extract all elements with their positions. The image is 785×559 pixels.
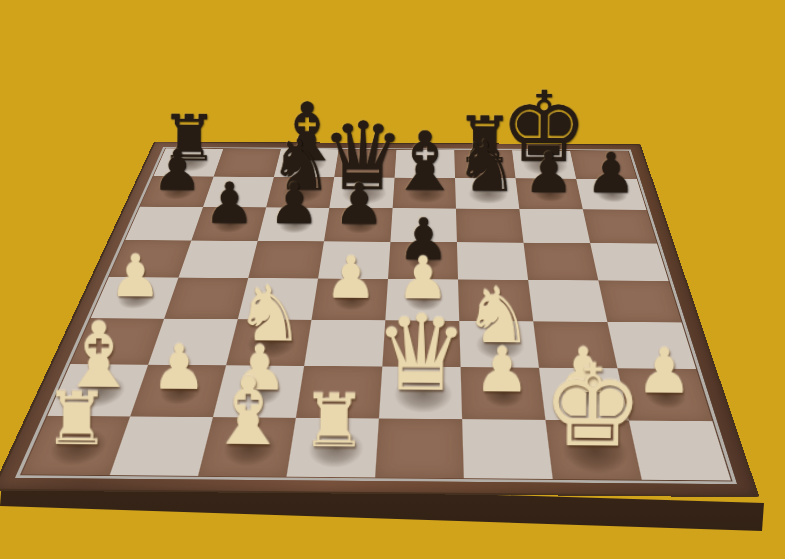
piece-black-pawn-h7[interactable]: ♟: [586, 145, 637, 201]
piece-white-pawn-d4[interactable]: ♟: [324, 248, 377, 307]
piece-black-pawn-b6[interactable]: ♟: [204, 175, 255, 232]
piece-black-pawn-a7[interactable]: ♟: [152, 143, 202, 199]
chess-scene: ♜♝♜♚♟♞♛♝♞♟♟♟♟♟♟♟♟♟♞♞♝♟♟♛♟♟♟♜♝♜♚: [0, 0, 785, 559]
board-frame: ♜♝♜♚♟♞♛♝♞♟♟♟♟♟♟♟♟♟♞♞♝♟♟♛♟♟♟♜♝♜♚: [0, 142, 760, 498]
piece-white-pawn-a4[interactable]: ♟: [109, 247, 162, 306]
piece-black-knight-f7[interactable]: ♞: [455, 131, 519, 202]
pieces-layer: ♜♝♜♚♟♞♛♝♞♟♟♟♟♟♟♟♟♟♞♞♝♟♟♛♟♟♟♜♝♜♚: [22, 148, 731, 480]
piece-white-bishop-c1[interactable]: ♝: [206, 365, 290, 459]
piece-white-king-g1[interactable]: ♚: [542, 350, 645, 464]
piece-black-bishop-e7[interactable]: ♝: [388, 121, 462, 203]
piece-white-rook-a1[interactable]: ♜: [44, 381, 110, 455]
piece-black-pawn-c6[interactable]: ♟: [269, 175, 320, 232]
piece-black-pawn-g7[interactable]: ♟: [524, 145, 575, 201]
piece-white-rook-d1[interactable]: ♜: [301, 383, 368, 457]
piece-black-pawn-d6[interactable]: ♟: [334, 175, 385, 232]
piece-white-queen-e2[interactable]: ♛: [374, 300, 469, 406]
piece-white-pawn-h2[interactable]: ♟: [636, 340, 693, 403]
piece-white-pawn-b2[interactable]: ♟: [151, 337, 207, 400]
piece-white-pawn-f2[interactable]: ♟: [474, 339, 530, 402]
